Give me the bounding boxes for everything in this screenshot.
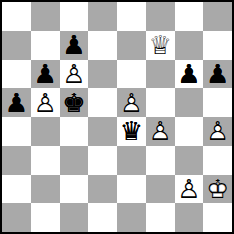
square-a4[interactable] [2, 117, 31, 146]
square-c6[interactable]: ♟♙ [60, 60, 89, 89]
white-pawn-glyph: ♙ [31, 88, 60, 117]
square-f5[interactable] [146, 88, 175, 117]
square-c5[interactable]: ♚♚ [60, 88, 89, 117]
square-f6[interactable] [146, 60, 175, 89]
square-d3[interactable] [88, 146, 117, 175]
black-pawn: ♟♟ [2, 88, 31, 117]
square-f1[interactable] [146, 203, 175, 232]
black-king-glyph: ♚ [60, 88, 89, 117]
square-a7[interactable] [2, 31, 31, 60]
black-queen-glyph: ♛ [117, 117, 146, 146]
square-d6[interactable] [88, 60, 117, 89]
white-queen: ♛♕ [146, 31, 175, 60]
square-g6[interactable]: ♟♟ [175, 60, 204, 89]
square-b2[interactable] [31, 175, 60, 204]
square-b1[interactable] [31, 203, 60, 232]
square-g7[interactable] [175, 31, 204, 60]
white-king-glyph: ♔ [203, 175, 232, 204]
white-pawn: ♟♙ [31, 88, 60, 117]
square-g4[interactable] [175, 117, 204, 146]
square-g3[interactable] [175, 146, 204, 175]
square-e5[interactable]: ♟♙ [117, 88, 146, 117]
square-a3[interactable] [2, 146, 31, 175]
black-pawn: ♟♟ [31, 60, 60, 89]
square-b7[interactable] [31, 31, 60, 60]
square-a8[interactable] [2, 2, 31, 31]
square-g8[interactable] [175, 2, 204, 31]
square-d2[interactable] [88, 175, 117, 204]
square-b8[interactable] [31, 2, 60, 31]
square-b5[interactable]: ♟♙ [31, 88, 60, 117]
square-f7[interactable]: ♛♕ [146, 31, 175, 60]
chess-board-frame: ♟♟♛♕♟♟♟♙♟♟♟♟♟♟♟♙♚♚♟♙♛♛♟♙♟♙♟♙♚♔ [0, 0, 234, 234]
square-c2[interactable] [60, 175, 89, 204]
square-e8[interactable] [117, 2, 146, 31]
square-g5[interactable] [175, 88, 204, 117]
square-e3[interactable] [117, 146, 146, 175]
chess-board: ♟♟♛♕♟♟♟♙♟♟♟♟♟♟♟♙♚♚♟♙♛♛♟♙♟♙♟♙♚♔ [2, 2, 232, 232]
white-pawn-glyph: ♙ [60, 60, 89, 89]
square-c7[interactable]: ♟♟ [60, 31, 89, 60]
white-pawn: ♟♙ [117, 88, 146, 117]
square-f3[interactable] [146, 146, 175, 175]
black-queen: ♛♛ [117, 117, 146, 146]
square-d1[interactable] [88, 203, 117, 232]
black-pawn-glyph: ♟ [203, 60, 232, 89]
square-h5[interactable] [203, 88, 232, 117]
white-pawn: ♟♙ [60, 60, 89, 89]
square-d5[interactable] [88, 88, 117, 117]
square-c1[interactable] [60, 203, 89, 232]
square-f2[interactable] [146, 175, 175, 204]
black-king: ♚♚ [60, 88, 89, 117]
square-a6[interactable] [2, 60, 31, 89]
black-pawn-glyph: ♟ [2, 88, 31, 117]
black-pawn-glyph: ♟ [60, 31, 89, 60]
white-pawn: ♟♙ [146, 117, 175, 146]
white-pawn-glyph: ♙ [175, 175, 204, 204]
black-pawn: ♟♟ [175, 60, 204, 89]
square-d4[interactable] [88, 117, 117, 146]
square-c4[interactable] [60, 117, 89, 146]
square-e4[interactable]: ♛♛ [117, 117, 146, 146]
square-g1[interactable] [175, 203, 204, 232]
square-h1[interactable] [203, 203, 232, 232]
square-h3[interactable] [203, 146, 232, 175]
square-b3[interactable] [31, 146, 60, 175]
square-b4[interactable] [31, 117, 60, 146]
square-h7[interactable] [203, 31, 232, 60]
white-pawn-glyph: ♙ [117, 88, 146, 117]
square-h6[interactable]: ♟♟ [203, 60, 232, 89]
square-d8[interactable] [88, 2, 117, 31]
square-c8[interactable] [60, 2, 89, 31]
black-pawn-glyph: ♟ [31, 60, 60, 89]
square-a5[interactable]: ♟♟ [2, 88, 31, 117]
square-h8[interactable] [203, 2, 232, 31]
square-g2[interactable]: ♟♙ [175, 175, 204, 204]
square-c3[interactable] [60, 146, 89, 175]
square-f8[interactable] [146, 2, 175, 31]
square-a2[interactable] [2, 175, 31, 204]
black-pawn: ♟♟ [60, 31, 89, 60]
square-e2[interactable] [117, 175, 146, 204]
white-queen-glyph: ♕ [146, 31, 175, 60]
white-pawn: ♟♙ [175, 175, 204, 204]
square-h4[interactable]: ♟♙ [203, 117, 232, 146]
square-e1[interactable] [117, 203, 146, 232]
square-d7[interactable] [88, 31, 117, 60]
black-pawn: ♟♟ [203, 60, 232, 89]
black-pawn-glyph: ♟ [175, 60, 204, 89]
white-pawn-glyph: ♙ [203, 117, 232, 146]
white-pawn-glyph: ♙ [146, 117, 175, 146]
white-king: ♚♔ [203, 175, 232, 204]
square-e7[interactable] [117, 31, 146, 60]
square-b6[interactable]: ♟♟ [31, 60, 60, 89]
square-a1[interactable] [2, 203, 31, 232]
square-h2[interactable]: ♚♔ [203, 175, 232, 204]
square-e6[interactable] [117, 60, 146, 89]
white-pawn: ♟♙ [203, 117, 232, 146]
square-f4[interactable]: ♟♙ [146, 117, 175, 146]
